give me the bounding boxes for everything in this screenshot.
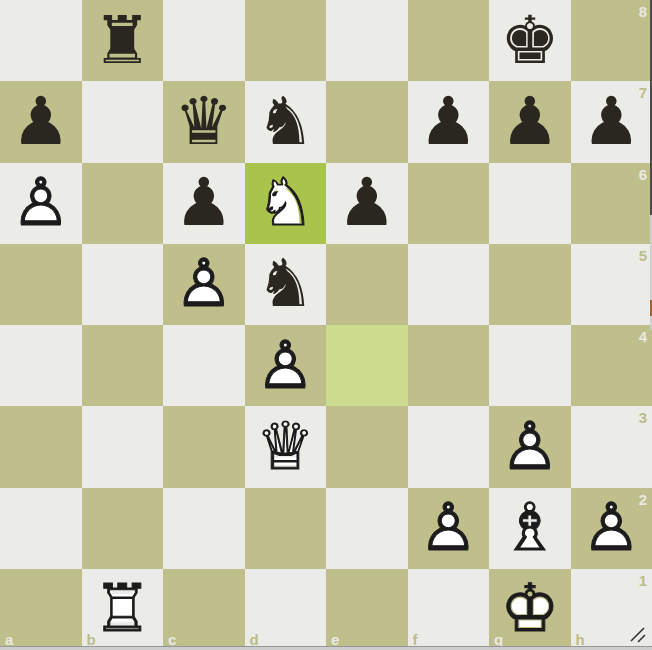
square-a4[interactable] <box>0 325 82 406</box>
rank-label-2: 2 <box>639 492 647 507</box>
white-knight[interactable]: ♞♘ <box>245 163 327 244</box>
white-pawn[interactable]: ♟♙ <box>163 244 245 325</box>
square-a3[interactable] <box>0 406 82 487</box>
square-d8[interactable] <box>245 0 327 81</box>
white-king-outline: ♔ <box>500 576 559 642</box>
square-h2[interactable]: 2♟♙ <box>571 488 652 569</box>
white-queen[interactable]: ♛♕ <box>245 406 327 487</box>
black-knight-glyph: ♞ <box>256 251 315 317</box>
chess-app-window: ♜♚8♟♛♞♟♟7♟♟♙♟♞♘♟6♟♙♞5♟♙4♛♕♟♙3♟♙♝♗2♟♙ab♜♖… <box>0 0 652 650</box>
square-g6[interactable] <box>489 163 571 244</box>
square-b3[interactable] <box>82 406 164 487</box>
square-f7[interactable]: ♟ <box>408 81 490 162</box>
black-pawn[interactable]: ♟ <box>0 81 82 162</box>
white-pawn-outline: ♙ <box>256 333 315 399</box>
square-a1[interactable]: a <box>0 569 82 650</box>
square-f6[interactable] <box>408 163 490 244</box>
square-g3[interactable]: ♟♙ <box>489 406 571 487</box>
square-d5[interactable]: ♞ <box>245 244 327 325</box>
rank-label-3: 3 <box>639 410 647 425</box>
black-pawn-glyph: ♟ <box>582 89 641 155</box>
rank-label-6: 6 <box>639 167 647 182</box>
square-a6[interactable]: ♟♙ <box>0 163 82 244</box>
white-pawn[interactable]: ♟♙ <box>489 406 571 487</box>
file-label-f: f <box>413 632 418 647</box>
square-c2[interactable] <box>163 488 245 569</box>
white-rook-outline: ♖ <box>93 576 152 642</box>
square-b2[interactable] <box>82 488 164 569</box>
square-a2[interactable] <box>0 488 82 569</box>
square-e7[interactable] <box>326 81 408 162</box>
square-a8[interactable] <box>0 0 82 81</box>
white-pawn[interactable]: ♟♙ <box>408 488 490 569</box>
rank-label-1: 1 <box>639 573 647 588</box>
black-pawn-glyph: ♟ <box>500 89 559 155</box>
black-pawn-glyph: ♟ <box>174 170 233 236</box>
square-f3[interactable] <box>408 406 490 487</box>
horizontal-edge-strip <box>0 646 652 650</box>
file-label-b: b <box>87 632 96 647</box>
square-g5[interactable] <box>489 244 571 325</box>
white-pawn-outline: ♙ <box>419 495 478 561</box>
white-pawn-outline: ♙ <box>11 170 70 236</box>
square-d2[interactable] <box>245 488 327 569</box>
square-a7[interactable]: ♟ <box>0 81 82 162</box>
black-pawn[interactable]: ♟ <box>489 81 571 162</box>
square-h5[interactable]: 5 <box>571 244 652 325</box>
square-b4[interactable] <box>82 325 164 406</box>
resize-handle-icon[interactable] <box>630 627 646 643</box>
square-c6[interactable]: ♟ <box>163 163 245 244</box>
white-pawn-outline: ♙ <box>500 414 559 480</box>
rank-label-7: 7 <box>639 85 647 100</box>
square-c7[interactable]: ♛ <box>163 81 245 162</box>
square-f4[interactable] <box>408 325 490 406</box>
square-h8[interactable]: 8 <box>571 0 652 81</box>
black-pawn[interactable]: ♟ <box>163 163 245 244</box>
square-h3[interactable]: 3 <box>571 406 652 487</box>
white-pawn[interactable]: ♟♙ <box>0 163 82 244</box>
file-label-g: g <box>494 632 503 647</box>
square-e1[interactable]: e <box>326 569 408 650</box>
black-pawn[interactable]: ♟ <box>326 163 408 244</box>
square-f8[interactable] <box>408 0 490 81</box>
square-e5[interactable] <box>326 244 408 325</box>
square-e2[interactable] <box>326 488 408 569</box>
black-rook-glyph: ♜ <box>93 8 152 74</box>
rank-label-4: 4 <box>639 329 647 344</box>
square-b1[interactable]: b♜♖ <box>82 569 164 650</box>
square-d3[interactable]: ♛♕ <box>245 406 327 487</box>
square-d4[interactable]: ♟♙ <box>245 325 327 406</box>
white-pawn[interactable]: ♟♙ <box>245 325 327 406</box>
square-h6[interactable]: 6 <box>571 163 652 244</box>
square-b7[interactable] <box>82 81 164 162</box>
square-c5[interactable]: ♟♙ <box>163 244 245 325</box>
white-bishop-outline: ♗ <box>500 495 559 561</box>
black-queen-glyph: ♛ <box>174 89 233 155</box>
square-b8[interactable]: ♜ <box>82 0 164 81</box>
black-king[interactable]: ♚ <box>489 0 571 81</box>
white-queen-outline: ♕ <box>256 414 315 480</box>
square-f1[interactable]: f <box>408 569 490 650</box>
square-e6[interactable]: ♟ <box>326 163 408 244</box>
square-g8[interactable]: ♚ <box>489 0 571 81</box>
rank-label-8: 8 <box>639 4 647 19</box>
black-queen[interactable]: ♛ <box>163 81 245 162</box>
file-label-d: d <box>250 632 259 647</box>
white-pawn-outline: ♙ <box>174 251 233 317</box>
black-knight[interactable]: ♞ <box>245 244 327 325</box>
file-label-c: c <box>168 632 176 647</box>
black-rook[interactable]: ♜ <box>82 0 164 81</box>
square-a5[interactable] <box>0 244 82 325</box>
square-c1[interactable]: c <box>163 569 245 650</box>
square-e4[interactable] <box>326 325 408 406</box>
file-label-h: h <box>576 632 585 647</box>
square-d7[interactable]: ♞ <box>245 81 327 162</box>
square-c3[interactable] <box>163 406 245 487</box>
square-g2[interactable]: ♝♗ <box>489 488 571 569</box>
square-e3[interactable] <box>326 406 408 487</box>
square-g4[interactable] <box>489 325 571 406</box>
square-b6[interactable] <box>82 163 164 244</box>
square-b5[interactable] <box>82 244 164 325</box>
square-f5[interactable] <box>408 244 490 325</box>
file-label-e: e <box>331 632 339 647</box>
square-d1[interactable]: d <box>245 569 327 650</box>
white-pawn-outline: ♙ <box>582 495 641 561</box>
black-pawn-glyph: ♟ <box>337 170 396 236</box>
square-g7[interactable]: ♟ <box>489 81 571 162</box>
black-knight-glyph: ♞ <box>256 89 315 155</box>
black-knight[interactable]: ♞ <box>245 81 327 162</box>
square-h7[interactable]: 7♟ <box>571 81 652 162</box>
square-c4[interactable] <box>163 325 245 406</box>
black-pawn-glyph: ♟ <box>419 89 478 155</box>
black-pawn-glyph: ♟ <box>11 89 70 155</box>
white-bishop[interactable]: ♝♗ <box>489 488 571 569</box>
square-f2[interactable]: ♟♙ <box>408 488 490 569</box>
black-pawn[interactable]: ♟ <box>408 81 490 162</box>
square-d6[interactable]: ♞♘ <box>245 163 327 244</box>
rank-label-5: 5 <box>639 248 647 263</box>
square-g1[interactable]: g♚♔ <box>489 569 571 650</box>
file-label-a: a <box>5 632 13 647</box>
black-king-glyph: ♚ <box>500 8 559 74</box>
chess-board: ♜♚8♟♛♞♟♟7♟♟♙♟♞♘♟6♟♙♞5♟♙4♛♕♟♙3♟♙♝♗2♟♙ab♜♖… <box>0 0 652 650</box>
white-knight-outline: ♘ <box>256 170 315 236</box>
square-h4[interactable]: 4 <box>571 325 652 406</box>
square-e8[interactable] <box>326 0 408 81</box>
square-c8[interactable] <box>163 0 245 81</box>
